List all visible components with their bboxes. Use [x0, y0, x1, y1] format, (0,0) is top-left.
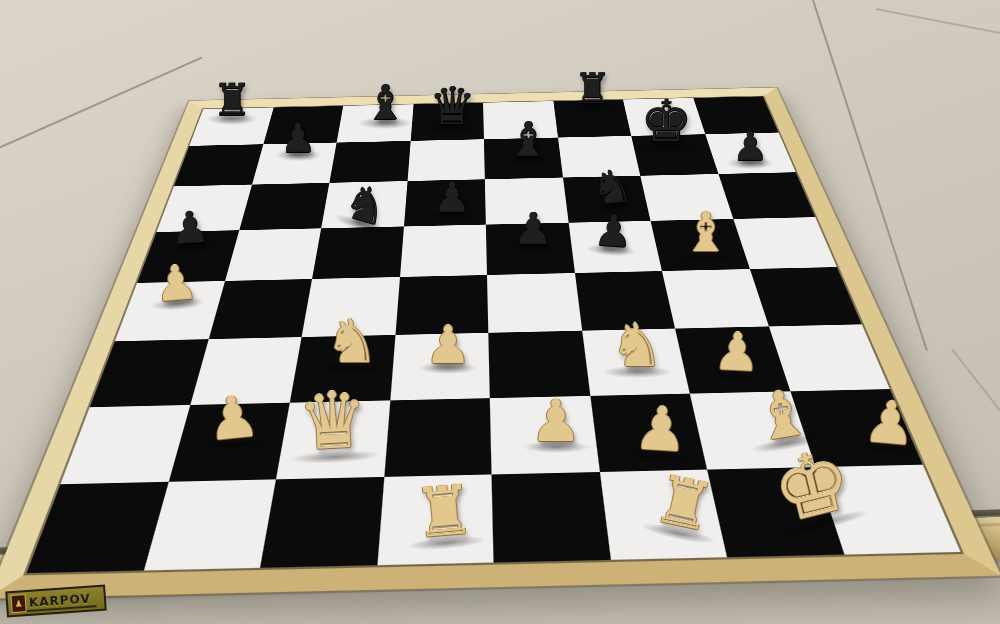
square-d2[interactable] [384, 398, 492, 476]
piece-white-pawn-g3[interactable]: ♟ [712, 325, 761, 379]
piece-white-pawn-e2[interactable]: ♟ [530, 392, 582, 450]
square-b5[interactable] [225, 228, 322, 281]
piece-white-pawn-f2[interactable]: ♟ [632, 397, 690, 461]
square-c1[interactable] [260, 476, 384, 567]
piece-shadow [602, 366, 672, 378]
piece-shadow [727, 157, 774, 169]
piece-shadow [500, 154, 556, 166]
piece-shadow [206, 113, 257, 125]
piece-black-pawn-d6[interactable]: ♟ [433, 177, 471, 219]
square-e1[interactable] [492, 472, 611, 563]
tile-grout-line [876, 8, 1000, 35]
scene-photo: ♟ KARPOV ♜♜♝♛♚♟♝♟♞♟♞♟♟♟♝♟♞♟♞♟♟♝♟♟♟♛♚♜♜ [0, 0, 1000, 624]
piece-black-bishop-e7[interactable]: ♝ [506, 115, 549, 163]
piece-shadow [357, 117, 413, 129]
piece-white-knight-c3[interactable]: ♞ [325, 311, 379, 371]
piece-black-pawn-e5[interactable]: ♟ [513, 207, 552, 251]
square-d5[interactable] [400, 224, 487, 277]
piece-black-pawn-b7[interactable]: ♟ [280, 118, 316, 158]
piece-white-bishop-g5[interactable]: ♝ [682, 206, 730, 260]
tile-grout-line [951, 348, 1000, 420]
piece-shadow [422, 123, 483, 135]
piece-black-rook-a8[interactable]: ♜ [212, 78, 251, 122]
piece-white-pawn-b2[interactable]: ♟ [204, 386, 262, 449]
piece-shadow [428, 210, 477, 222]
square-h5[interactable] [733, 217, 837, 269]
piece-white-queen-c2[interactable]: ♛ [296, 380, 370, 462]
piece-black-pawn-h7[interactable]: ♟ [732, 126, 768, 166]
square-b6[interactable] [239, 183, 329, 230]
square-h6[interactable] [718, 172, 815, 218]
piece-white-pawn-h2[interactable]: ♟ [862, 392, 919, 454]
piece-black-queen-d8[interactable]: ♛ [429, 80, 476, 132]
piece-white-pawn-d4[interactable]: ♟ [425, 319, 472, 371]
karpov-label-emblem: ♟ [10, 594, 26, 613]
square-c5[interactable] [312, 226, 403, 279]
piece-shadow [275, 149, 322, 161]
piece-black-pawn-a5[interactable]: ♟ [169, 205, 211, 252]
piece-black-king-g8[interactable]: ♚ [640, 92, 692, 150]
piece-shadow [418, 362, 479, 374]
piece-shadow [568, 101, 617, 113]
piece-white-pawn-a4[interactable]: ♟ [152, 257, 199, 309]
piece-black-rook-f8[interactable]: ♜ [573, 68, 611, 110]
piece-shadow [507, 242, 558, 254]
piece-shadow [632, 141, 700, 153]
piece-white-knight-f3[interactable]: ♞ [610, 315, 664, 375]
piece-shadow [317, 362, 387, 374]
square-a3[interactable] [90, 339, 209, 407]
piece-black-pawn-f5[interactable]: ♟ [592, 209, 633, 255]
piece-shadow [675, 251, 738, 263]
square-b4[interactable] [208, 279, 312, 339]
square-e4[interactable] [487, 273, 582, 332]
square-h4[interactable] [749, 267, 861, 326]
tile-grout-line [0, 57, 203, 152]
square-a7[interactable] [174, 144, 263, 186]
piece-shadow [522, 441, 590, 453]
karpov-label: ♟ KARPOV [5, 585, 107, 618]
piece-white-rook-d1[interactable]: ♜ [411, 475, 478, 548]
piece-black-bishop-c8[interactable]: ♝ [363, 78, 406, 126]
